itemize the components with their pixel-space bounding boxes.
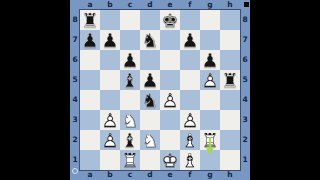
piece-glyph-outline: ♙ <box>100 130 120 150</box>
piece-glyph: ♞ <box>140 90 160 110</box>
file-labels-bottom: abcdefgh <box>80 170 240 180</box>
piece-glyph: ♜ <box>80 10 100 30</box>
white-bishop: ♝♗ <box>180 150 200 170</box>
piece-glyph: ♟ <box>180 30 200 50</box>
square-d8[interactable] <box>140 10 160 30</box>
white-bishop: ♝♗ <box>180 130 200 150</box>
square-g8[interactable] <box>200 10 220 30</box>
piece-glyph-outline: ♙ <box>160 90 180 110</box>
square-d7[interactable]: ♞ <box>140 30 160 50</box>
square-b6[interactable] <box>100 50 120 70</box>
piece-glyph-outline: ♙ <box>180 110 200 130</box>
file-label-h: h <box>220 0 240 10</box>
white-pawn: ♟♙ <box>100 110 120 130</box>
square-d3[interactable] <box>140 110 160 130</box>
file-label-c: c <box>120 0 140 10</box>
square-c5[interactable]: ♝ <box>120 70 140 90</box>
piece-glyph: ♟ <box>140 70 160 90</box>
square-d1[interactable] <box>140 150 160 170</box>
rank-label-3: 3 <box>70 110 80 130</box>
black-pawn: ♟ <box>200 50 220 70</box>
rank-label-2: 2 <box>240 130 250 150</box>
square-a7[interactable]: ♟ <box>80 30 100 50</box>
file-label-e: e <box>160 170 180 180</box>
black-pawn: ♟ <box>140 70 160 90</box>
square-e7[interactable] <box>160 30 180 50</box>
black-bishop: ♝ <box>120 130 140 150</box>
square-a5[interactable] <box>80 70 100 90</box>
rank-label-2: 2 <box>70 130 80 150</box>
piece-glyph: ♟ <box>80 30 100 50</box>
piece-glyph-outline: ♗ <box>180 130 200 150</box>
white-circle-indicator-icon <box>72 168 78 174</box>
black-bishop: ♝ <box>120 70 140 90</box>
square-g5[interactable]: ♟♙ <box>200 70 220 90</box>
rank-label-5: 5 <box>70 70 80 90</box>
file-label-d: d <box>140 0 160 10</box>
square-h5[interactable]: ♜ <box>220 70 240 90</box>
piece-glyph: ♝ <box>120 130 140 150</box>
white-rook: ♜♖ <box>200 130 220 150</box>
rank-label-7: 7 <box>240 30 250 50</box>
file-label-c: c <box>120 170 140 180</box>
file-label-d: d <box>140 170 160 180</box>
black-to-move-indicator-icon <box>244 2 249 7</box>
square-b3[interactable]: ♟♙ <box>100 110 120 130</box>
black-pawn: ♟ <box>120 50 140 70</box>
rank-label-4: 4 <box>240 90 250 110</box>
rank-label-1: 1 <box>240 150 250 170</box>
square-b4[interactable] <box>100 90 120 110</box>
square-c1[interactable]: ♜♖ <box>120 150 140 170</box>
square-d2[interactable]: ♞♘ <box>140 130 160 150</box>
square-b1[interactable] <box>100 150 120 170</box>
rank-label-8: 8 <box>70 10 80 30</box>
square-g4[interactable] <box>200 90 220 110</box>
square-f5[interactable] <box>180 70 200 90</box>
rank-label-7: 7 <box>70 30 80 50</box>
square-e2[interactable] <box>160 130 180 150</box>
square-h8[interactable] <box>220 10 240 30</box>
rank-label-6: 6 <box>240 50 250 70</box>
file-labels-top: abcdefgh <box>80 0 240 10</box>
square-f1[interactable]: ♝♗ <box>180 150 200 170</box>
rank-labels-right: 87654321 <box>240 10 250 170</box>
square-f6[interactable] <box>180 50 200 70</box>
piece-glyph: ♟ <box>120 50 140 70</box>
rank-label-1: 1 <box>70 150 80 170</box>
square-a6[interactable] <box>80 50 100 70</box>
piece-glyph-outline: ♘ <box>140 130 160 150</box>
rank-label-5: 5 <box>240 70 250 90</box>
white-knight: ♞♘ <box>140 130 160 150</box>
file-label-b: b <box>100 0 120 10</box>
file-label-h: h <box>220 170 240 180</box>
square-h6[interactable] <box>220 50 240 70</box>
square-h4[interactable] <box>220 90 240 110</box>
square-g6[interactable]: ♟ <box>200 50 220 70</box>
square-h2[interactable] <box>220 130 240 150</box>
square-e5[interactable] <box>160 70 180 90</box>
square-f4[interactable] <box>180 90 200 110</box>
black-rook: ♜ <box>220 70 240 90</box>
piece-glyph: ♟ <box>100 30 120 50</box>
file-label-g: g <box>200 0 220 10</box>
square-b5[interactable] <box>100 70 120 90</box>
rank-label-6: 6 <box>70 50 80 70</box>
square-b8[interactable] <box>100 10 120 30</box>
piece-glyph: ♞ <box>140 30 160 50</box>
black-pawn: ♟ <box>180 30 200 50</box>
square-a2[interactable] <box>80 130 100 150</box>
square-f7[interactable]: ♟ <box>180 30 200 50</box>
white-knight: ♞♘ <box>120 110 140 130</box>
square-d6[interactable] <box>140 50 160 70</box>
white-king: ♚♔ <box>160 150 180 170</box>
square-b7[interactable]: ♟ <box>100 30 120 50</box>
piece-glyph-outline: ♙ <box>100 110 120 130</box>
square-f3[interactable]: ♟♙ <box>180 110 200 130</box>
piece-glyph: ♝ <box>120 70 140 90</box>
piece-glyph: ♜ <box>220 70 240 90</box>
square-c2[interactable]: ♝ <box>120 130 140 150</box>
black-knight: ♞ <box>140 30 160 50</box>
file-label-a: a <box>80 170 100 180</box>
black-pawn: ♟ <box>100 30 120 50</box>
piece-glyph-outline: ♙ <box>200 70 220 90</box>
file-label-f: f <box>180 170 200 180</box>
square-g2[interactable]: ♜♖ <box>200 130 220 150</box>
square-b2[interactable]: ♟♙ <box>100 130 120 150</box>
square-c8[interactable] <box>120 10 140 30</box>
square-g3[interactable] <box>200 110 220 130</box>
white-pawn: ♟♙ <box>200 70 220 90</box>
rank-label-4: 4 <box>70 90 80 110</box>
square-g1[interactable] <box>200 150 220 170</box>
rank-label-3: 3 <box>240 110 250 130</box>
black-knight: ♞ <box>140 90 160 110</box>
square-c3[interactable]: ♞♘ <box>120 110 140 130</box>
square-h3[interactable] <box>220 110 240 130</box>
black-rook: ♜ <box>80 10 100 30</box>
chess-board-module: abcdefgh abcdefgh 87654321 87654321 ♜♚♟♟… <box>70 0 250 180</box>
file-label-f: f <box>180 0 200 10</box>
square-e4[interactable]: ♟♙ <box>160 90 180 110</box>
piece-glyph-outline: ♖ <box>200 130 220 150</box>
square-f2[interactable]: ♝♗ <box>180 130 200 150</box>
square-e8[interactable]: ♚ <box>160 10 180 30</box>
white-pawn: ♟♙ <box>100 130 120 150</box>
rank-labels-left: 87654321 <box>70 10 80 170</box>
file-label-b: b <box>100 170 120 180</box>
square-f8[interactable] <box>180 10 200 30</box>
square-g7[interactable] <box>200 30 220 50</box>
square-d5[interactable]: ♟ <box>140 70 160 90</box>
square-h7[interactable] <box>220 30 240 50</box>
square-e3[interactable] <box>160 110 180 130</box>
black-pawn: ♟ <box>80 30 100 50</box>
square-e1[interactable]: ♚♔ <box>160 150 180 170</box>
white-rook: ♜♖ <box>120 150 140 170</box>
piece-glyph: ♟ <box>200 50 220 70</box>
rank-label-8: 8 <box>240 10 250 30</box>
square-e6[interactable] <box>160 50 180 70</box>
white-pawn: ♟♙ <box>180 110 200 130</box>
square-d4[interactable]: ♞ <box>140 90 160 110</box>
square-h1[interactable] <box>220 150 240 170</box>
chessboard: ♜♚♟♟♞♟♟♟♝♟♟♙♜♞♟♙♟♙♞♘♟♙♟♙♝♞♘♝♗♜♖♜♖♚♔♝♗ <box>80 10 240 170</box>
piece-glyph-outline: ♖ <box>120 150 140 170</box>
white-pawn: ♟♙ <box>160 90 180 110</box>
square-c7[interactable] <box>120 30 140 50</box>
piece-glyph-outline: ♔ <box>160 150 180 170</box>
square-c4[interactable] <box>120 90 140 110</box>
square-c6[interactable]: ♟ <box>120 50 140 70</box>
piece-glyph: ♚ <box>160 10 180 30</box>
file-label-g: g <box>200 170 220 180</box>
black-king: ♚ <box>160 10 180 30</box>
square-a3[interactable] <box>80 110 100 130</box>
piece-glyph-outline: ♘ <box>120 110 140 130</box>
square-a1[interactable] <box>80 150 100 170</box>
piece-glyph-outline: ♗ <box>180 150 200 170</box>
square-a8[interactable]: ♜ <box>80 10 100 30</box>
square-a4[interactable] <box>80 90 100 110</box>
